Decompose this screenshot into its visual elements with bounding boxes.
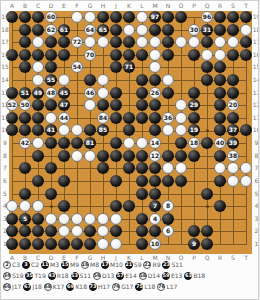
coord-right-6: 6 (253, 178, 260, 184)
stone-D5 (45, 188, 57, 200)
move-35-marker: 35 (25, 272, 33, 280)
stone-H18: 65 (97, 24, 109, 36)
stone-G14 (84, 74, 96, 86)
stone-S16 (227, 49, 239, 61)
stone-G9: 81 (84, 137, 96, 149)
stone-G1 (84, 238, 96, 250)
move-11-marker: 11 (41, 261, 49, 269)
move-67-marker: 67 (23, 283, 31, 291)
stone-D3 (45, 213, 57, 225)
stone-M14 (149, 74, 161, 86)
caption-line-3: 66J1767J1868K1769K1873H1774G1775L1876L17 (3, 281, 258, 292)
coord-right-13: 13 (253, 90, 260, 96)
move-16-point: M8 (90, 261, 99, 268)
stone-G13: 46 (84, 87, 96, 99)
move-73-marker: 73 (89, 283, 97, 291)
stone-Q19: 96 (201, 11, 213, 23)
coord-top-A: A (6, 3, 19, 9)
caption-move-23: 23S11 (162, 261, 182, 269)
stone-C3 (32, 213, 44, 225)
coord-left-12: 12 (1, 102, 9, 108)
move-58-point: D14 (148, 272, 160, 279)
coord-top-N: N (162, 3, 175, 9)
stone-T16 (240, 49, 252, 61)
caption-move-17: 17M10 (101, 261, 123, 269)
caption-line-1: 2C33C211M315M916M817M1021S922R923S11 (3, 259, 258, 270)
stone-M6 (149, 175, 161, 187)
caption-move-67: 67J18 (23, 283, 41, 291)
move-34-point: S19 (12, 272, 23, 279)
stone-N8 (162, 150, 174, 162)
coord-right-5: 5 (253, 191, 260, 197)
stone-B18 (19, 24, 31, 36)
stone-C14 (32, 74, 44, 86)
move-76-point: L17 (166, 283, 177, 290)
caption-line-2: 34S1935T1943R1853S1156D1357E1458D1459E13… (3, 270, 258, 281)
move-66-marker: 66 (3, 283, 11, 291)
stone-N6 (162, 175, 174, 187)
stone-D18: 62 (45, 24, 57, 36)
caption-move-43: 43R18 (48, 272, 69, 280)
stone-P9: 18 (188, 137, 200, 149)
stone-R9: 40 (214, 137, 226, 149)
coord-bottom-L: L (136, 255, 149, 261)
coord-right-18: 18 (253, 27, 260, 33)
coord-left-18: 18 (1, 27, 9, 33)
stone-C19 (32, 11, 44, 23)
stone-L18 (136, 24, 148, 36)
move-23-point: S11 (171, 261, 182, 268)
stone-N18 (162, 24, 174, 36)
move-63-point: B18 (193, 272, 205, 279)
stone-E1 (58, 238, 70, 250)
stone-B19 (19, 11, 31, 23)
stone-P1: 9 (188, 238, 200, 250)
stone-E14 (58, 74, 70, 86)
coord-left-5: 5 (1, 191, 9, 197)
stone-R16 (214, 49, 226, 61)
stone-N16 (162, 49, 174, 61)
stone-J16 (110, 49, 122, 61)
coord-bottom-T: T (240, 255, 253, 261)
caption-move-53: 53S11 (71, 272, 91, 280)
coord-top-P: P (188, 3, 201, 9)
coord-left-2: 2 (1, 228, 9, 234)
go-diagram: 6097966261646530317270547155514948454626… (0, 0, 259, 300)
caption-move-66: 66J17 (3, 283, 21, 291)
stone-T7 (240, 162, 252, 174)
coord-bottom-O: O (175, 255, 188, 261)
coord-left-13: 13 (1, 90, 9, 96)
caption-move-3: 3C2 (22, 261, 39, 269)
stone-B11 (19, 112, 31, 124)
coord-top-O: O (175, 3, 188, 9)
caption-move-56: 56D13 (93, 272, 114, 280)
stone-C1 (32, 238, 44, 250)
stone-S6 (227, 175, 239, 187)
caption-move-76: 76L17 (157, 283, 177, 291)
stone-K8 (123, 150, 135, 162)
caption-move-59: 59E13 (162, 272, 182, 280)
stone-B1 (19, 238, 31, 250)
coord-bottom-B: B (19, 255, 32, 261)
stone-B16 (19, 49, 31, 61)
stone-H3 (97, 213, 109, 225)
stone-R14 (214, 74, 226, 86)
coord-left-17: 17 (1, 39, 9, 45)
stone-B3: 5 (19, 213, 31, 225)
stone-L14 (136, 74, 148, 86)
move-34-marker: 34 (3, 272, 11, 280)
stone-Q1 (201, 238, 213, 250)
stone-L13 (136, 87, 148, 99)
coord-bottom-E: E (58, 255, 71, 261)
stone-C13: 49 (32, 87, 44, 99)
stone-P8 (188, 150, 200, 162)
coord-left-15: 15 (1, 64, 9, 70)
stone-N19 (162, 11, 174, 23)
move-75-point: L18 (144, 283, 155, 290)
stone-R11 (214, 112, 226, 124)
move-3-point: C2 (31, 261, 39, 268)
stone-F19 (71, 11, 83, 23)
stone-J1 (110, 238, 122, 250)
stone-C16 (32, 49, 44, 61)
move-2-marker: 2 (3, 261, 11, 269)
caption-move-63: 63B18 (184, 272, 205, 280)
stone-D9 (45, 137, 57, 149)
move-16-marker: 16 (81, 261, 89, 269)
coord-right-10: 10 (253, 127, 260, 133)
stone-P16 (188, 49, 200, 61)
stone-D14: 55 (45, 74, 57, 86)
move-23-marker: 23 (162, 261, 170, 269)
coord-bottom-M: M (149, 255, 162, 261)
coord-top-G: G (84, 3, 97, 9)
coord-bottom-A: A (6, 255, 19, 261)
move-11-point: M3 (50, 261, 59, 268)
stone-C9 (32, 137, 44, 149)
caption-move-15: 15M9 (61, 261, 79, 269)
stone-N11: 36 (162, 112, 174, 124)
caption-move-73: 73H17 (89, 283, 110, 291)
stone-B5 (19, 188, 31, 200)
stone-L11 (136, 112, 148, 124)
move-67-point: J18 (32, 283, 41, 290)
move-68-point: K17 (53, 283, 65, 290)
coord-bottom-J: J (110, 255, 123, 261)
stone-O19 (175, 11, 187, 23)
coord-right-14: 14 (253, 77, 260, 83)
caption-move-58: 58D14 (139, 272, 160, 280)
coord-bottom-D: D (45, 255, 58, 261)
move-2-point: C3 (12, 261, 20, 268)
coord-right-4: 4 (253, 203, 260, 209)
stone-S18 (227, 24, 239, 36)
coord-left-10: 10 (1, 127, 9, 133)
stone-G16: 70 (84, 49, 96, 61)
coord-bottom-S: S (227, 255, 240, 261)
coord-right-7: 7 (253, 165, 260, 171)
coord-right-19: 19 (253, 14, 260, 20)
stone-B9: 42 (19, 137, 31, 149)
coord-top-R: R (214, 3, 227, 9)
stone-M8: 12 (149, 150, 161, 162)
coord-top-Q: Q (201, 3, 214, 9)
coord-bottom-N: N (162, 255, 175, 261)
move-69-point: K18 (75, 283, 87, 290)
stone-H19 (97, 11, 109, 23)
stone-C8 (32, 150, 44, 162)
stone-T17 (240, 36, 252, 48)
caption-move-35: 35T19 (25, 272, 45, 280)
coord-right-9: 9 (253, 140, 260, 146)
stone-E6 (58, 175, 70, 187)
caption-move-75: 75L18 (135, 283, 155, 291)
stone-J11 (110, 112, 122, 124)
caption-move-11: 11M3 (41, 261, 59, 269)
stone-Q18: 31 (201, 24, 213, 36)
stone-R13 (214, 87, 226, 99)
stone-O9 (175, 137, 187, 149)
coord-right-8: 8 (253, 153, 260, 159)
stone-E8 (58, 150, 70, 162)
stone-K11 (123, 112, 135, 124)
coord-top-D: D (45, 3, 58, 9)
move-22-point: R9 (152, 261, 160, 268)
stone-B13: 51 (19, 87, 31, 99)
stone-T18 (240, 24, 252, 36)
stone-J19 (110, 11, 122, 23)
stone-T6 (240, 175, 252, 187)
stone-N13 (162, 87, 174, 99)
coord-right-11: 11 (253, 115, 260, 121)
coord-left-1: 1 (1, 241, 9, 247)
move-35-point: T19 (34, 272, 45, 279)
move-58-marker: 58 (139, 272, 147, 280)
stone-O11 (175, 112, 187, 124)
move-56-marker: 56 (93, 272, 101, 280)
coord-top-M: M (149, 3, 162, 9)
stone-R8 (214, 150, 226, 162)
stone-S13 (227, 87, 239, 99)
move-75-marker: 75 (135, 283, 143, 291)
coord-bottom-G: G (84, 255, 97, 261)
coord-bottom-H: H (97, 255, 110, 261)
stone-S9: 39 (227, 137, 239, 149)
stone-D13: 48 (45, 87, 57, 99)
coord-bottom-C: C (32, 255, 45, 261)
coord-right-17: 17 (253, 39, 260, 45)
stone-J13 (110, 87, 122, 99)
stone-J9 (110, 137, 122, 149)
stone-N14 (162, 74, 174, 86)
stone-H1 (97, 238, 109, 250)
move-57-marker: 57 (116, 272, 124, 280)
stone-F8 (71, 150, 83, 162)
coord-right-16: 16 (253, 52, 260, 58)
coord-top-E: E (58, 3, 71, 9)
stone-Q9 (201, 137, 213, 149)
stone-L6 (136, 175, 148, 187)
coord-top-T: T (240, 3, 253, 9)
stone-M5 (149, 188, 161, 200)
move-63-marker: 63 (184, 272, 192, 280)
caption-move-34: 34S19 (3, 272, 23, 280)
move-21-marker: 21 (125, 261, 133, 269)
coord-bottom-P: P (188, 255, 201, 261)
stone-T10 (240, 124, 252, 136)
move-74-point: G17 (121, 283, 133, 290)
stone-E13: 45 (58, 87, 70, 99)
stone-Q16 (201, 49, 213, 61)
move-43-marker: 43 (48, 272, 56, 280)
stone-G19 (84, 11, 96, 23)
caption-move-57: 57E14 (116, 272, 136, 280)
coord-right-12: 12 (253, 102, 260, 108)
coord-top-K: K (123, 3, 136, 9)
stone-K19 (123, 11, 135, 23)
stone-R6 (214, 175, 226, 187)
coord-left-3: 3 (1, 216, 9, 222)
coord-top-J: J (110, 3, 123, 9)
stone-D16 (45, 49, 57, 61)
coord-top-L: L (136, 3, 149, 9)
stone-J18 (110, 24, 122, 36)
stone-R18 (214, 24, 226, 36)
stone-M18 (149, 24, 161, 36)
stone-F1 (71, 238, 83, 250)
move-59-marker: 59 (162, 272, 170, 280)
coord-right-15: 15 (253, 64, 260, 70)
stone-O8 (175, 150, 187, 162)
stone-M11 (149, 112, 161, 124)
move-53-point: S11 (80, 272, 91, 279)
move-17-marker: 17 (101, 261, 109, 269)
coord-left-8: 8 (1, 153, 9, 159)
move-3-marker: 3 (22, 261, 30, 269)
stone-G3 (84, 213, 96, 225)
coord-top-F: F (71, 3, 84, 9)
coord-left-6: 6 (1, 178, 9, 184)
stone-H8 (97, 150, 109, 162)
stone-D19: 60 (45, 11, 57, 23)
stone-M1: 10 (149, 238, 161, 250)
coord-left-11: 11 (1, 115, 9, 121)
stone-E16 (58, 49, 70, 61)
move-73-point: H17 (98, 283, 110, 290)
stone-L3 (136, 213, 148, 225)
stone-S14 (227, 74, 239, 86)
stone-C18 (32, 24, 44, 36)
coord-bottom-R: R (214, 255, 227, 261)
stone-K9 (123, 137, 135, 149)
stone-M3: 4 (149, 213, 161, 225)
stone-K18 (123, 24, 135, 36)
stone-R19 (214, 11, 226, 23)
stone-P18: 30 (188, 24, 200, 36)
stone-J3 (110, 213, 122, 225)
stone-E3 (58, 213, 70, 225)
stone-S19 (227, 11, 239, 23)
coord-bottom-K: K (123, 255, 136, 261)
stone-D1 (45, 238, 57, 250)
stone-N3 (162, 213, 174, 225)
go-board[interactable]: 6097966261646530317270547155514948454626… (9, 11, 252, 254)
stone-S8: 38 (227, 150, 239, 162)
coord-left-7: 7 (1, 165, 9, 171)
move-17-point: M10 (110, 261, 123, 268)
coord-bottom-F: F (71, 255, 84, 261)
coord-left-19: 19 (1, 14, 9, 20)
caption-move-22: 22R9 (143, 261, 160, 269)
caption-move-21: 21S9 (125, 261, 142, 269)
caption-move-16: 16M8 (81, 261, 99, 269)
move-66-point: J17 (12, 283, 21, 290)
stone-C6 (32, 175, 44, 187)
stone-H13 (97, 87, 109, 99)
coord-left-16: 16 (1, 52, 9, 58)
stone-L16 (136, 49, 148, 61)
stone-J6 (110, 175, 122, 187)
stone-H11: 84 (97, 112, 109, 124)
stone-P11 (188, 112, 200, 124)
stone-P13 (188, 87, 200, 99)
stone-S11 (227, 112, 239, 124)
coord-right-3: 3 (253, 216, 260, 222)
caption-move-74: 74G17 (112, 283, 133, 291)
stone-M13: 26 (149, 87, 161, 99)
move-74-marker: 74 (112, 283, 120, 291)
stone-K16 (123, 49, 135, 61)
coord-top-H: H (97, 3, 110, 9)
coord-right-2: 2 (253, 228, 260, 234)
move-56-point: D13 (102, 272, 114, 279)
move-15-point: M9 (70, 261, 79, 268)
move-22-marker: 22 (143, 261, 151, 269)
move-57-point: E14 (125, 272, 136, 279)
stone-E11: 44 (58, 112, 70, 124)
stone-L5 (136, 188, 148, 200)
caption-move-2: 2C3 (3, 261, 20, 269)
stone-T19 (240, 11, 252, 23)
stone-M9: 14 (149, 137, 161, 149)
stone-M19: 97 (149, 11, 161, 23)
stone-J8 (110, 150, 122, 162)
stone-M16 (149, 49, 161, 61)
stone-G8 (84, 150, 96, 162)
coord-bottom-Q: Q (201, 255, 214, 261)
move-76-marker: 76 (157, 283, 165, 291)
coord-top-S: S (227, 3, 240, 9)
coord-right-1: 1 (253, 241, 260, 247)
stone-L1 (136, 238, 148, 250)
stone-Q5 (201, 188, 213, 200)
stone-E9 (58, 137, 70, 149)
move-21-point: S9 (134, 261, 142, 268)
stone-L9 (136, 137, 148, 149)
stone-O6 (175, 175, 187, 187)
coord-left-9: 9 (1, 140, 9, 146)
stone-F9 (71, 137, 83, 149)
move-15-marker: 15 (61, 261, 69, 269)
caption-move-68: 68K17 (44, 283, 65, 291)
move-69-marker: 69 (66, 283, 74, 291)
stone-C11 (32, 112, 44, 124)
coord-top-B: B (19, 3, 32, 9)
stone-G18: 64 (84, 24, 96, 36)
stone-F3 (71, 213, 83, 225)
